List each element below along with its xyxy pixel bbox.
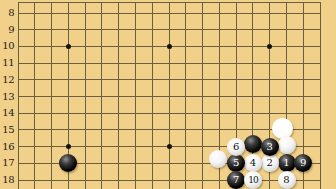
move-stone-3-black: 3 [261, 138, 279, 156]
move-stone-1-black: 1 [278, 154, 296, 172]
move-stone-7-black: 7 [227, 171, 245, 189]
grid-line-horizontal [18, 180, 321, 181]
setup-stone-white [209, 150, 227, 168]
star-point [167, 44, 172, 49]
star-point [167, 144, 172, 149]
row-coordinate-label: 13 [0, 92, 14, 102]
setup-stone-black [244, 135, 262, 153]
move-number: 7 [233, 175, 239, 185]
move-number: 3 [267, 141, 273, 151]
move-stone-8-white: 8 [278, 171, 296, 189]
move-number: 1 [283, 158, 289, 168]
grid-line-horizontal [18, 13, 321, 14]
move-stone-6-white: 6 [227, 138, 245, 156]
move-number: 6 [233, 141, 239, 151]
grid-line-horizontal [18, 63, 321, 64]
setup-stone-black [59, 154, 77, 172]
row-coordinate-label: 15 [0, 125, 14, 135]
row-coordinate-label: 12 [0, 75, 14, 85]
move-stone-2-white: 2 [261, 154, 279, 172]
row-coordinate-label: 11 [0, 58, 14, 68]
star-point [66, 144, 71, 149]
grid-line-horizontal [18, 113, 321, 114]
move-number: 5 [233, 158, 239, 168]
go-board[interactable]: 8910111213141516171812345678910 [0, 0, 336, 189]
row-coordinate-label: 16 [0, 142, 14, 152]
move-number: 4 [250, 158, 256, 168]
move-number: 10 [248, 175, 257, 185]
row-coordinate-label: 14 [0, 108, 14, 118]
grid-line-horizontal [18, 96, 321, 97]
move-stone-5-black: 5 [227, 154, 245, 172]
grid-line-horizontal [18, 79, 321, 80]
move-stone-9-black: 9 [294, 154, 312, 172]
move-stone-10-white: 10 [244, 171, 262, 189]
star-point [66, 44, 71, 49]
row-coordinate-label: 17 [0, 158, 14, 168]
setup-stone-white [278, 136, 296, 154]
star-point [267, 44, 272, 49]
row-coordinate-label: 18 [0, 175, 14, 185]
row-coordinate-label: 9 [0, 25, 14, 35]
row-coordinate-label: 8 [0, 8, 14, 18]
move-number: 2 [267, 158, 273, 168]
move-number: 9 [300, 158, 306, 168]
move-stone-4-white: 4 [244, 154, 262, 172]
row-coordinate-label: 10 [0, 41, 14, 51]
go-board-viewport: 8910111213141516171812345678910 [0, 0, 336, 189]
move-number: 8 [283, 175, 289, 185]
grid-line-horizontal [18, 29, 321, 30]
